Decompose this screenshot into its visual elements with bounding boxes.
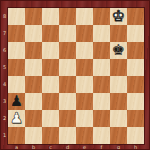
square-b1[interactable]: [25, 127, 42, 144]
file-label-g: g: [110, 144, 127, 150]
square-e2[interactable]: [76, 110, 93, 127]
rank-label-5: 5: [1, 59, 8, 76]
square-h4[interactable]: [127, 76, 144, 93]
file-label-e: e: [76, 144, 93, 150]
square-a6[interactable]: [8, 42, 25, 59]
square-d6[interactable]: [59, 42, 76, 59]
square-d5[interactable]: [59, 59, 76, 76]
rank-label-1: 1: [1, 127, 8, 144]
square-f1[interactable]: [93, 127, 110, 144]
square-e4[interactable]: [76, 76, 93, 93]
square-a5[interactable]: [8, 59, 25, 76]
square-f2[interactable]: [93, 110, 110, 127]
square-e8[interactable]: [76, 8, 93, 25]
square-g7[interactable]: [110, 25, 127, 42]
rank-label-7: 7: [1, 25, 8, 42]
square-g4[interactable]: [110, 76, 127, 93]
file-label-c: c: [42, 144, 59, 150]
file-label-d: d: [59, 144, 76, 150]
square-e6[interactable]: [76, 42, 93, 59]
square-b2[interactable]: [25, 110, 42, 127]
square-c2[interactable]: [42, 110, 59, 127]
rank-label-8: 8: [1, 8, 8, 25]
square-c8[interactable]: [42, 8, 59, 25]
file-label-b: b: [25, 144, 42, 150]
square-b5[interactable]: [25, 59, 42, 76]
square-c7[interactable]: [42, 25, 59, 42]
square-f7[interactable]: [93, 25, 110, 42]
square-d3[interactable]: [59, 93, 76, 110]
square-g3[interactable]: [110, 93, 127, 110]
square-d7[interactable]: [59, 25, 76, 42]
rank-label-2: 2: [1, 110, 8, 127]
square-e5[interactable]: [76, 59, 93, 76]
square-h6[interactable]: [127, 42, 144, 59]
square-a2[interactable]: ♟: [8, 110, 25, 127]
square-c3[interactable]: [42, 93, 59, 110]
file-label-a: a: [8, 144, 25, 150]
square-d8[interactable]: [59, 8, 76, 25]
square-h2[interactable]: [127, 110, 144, 127]
square-h3[interactable]: [127, 93, 144, 110]
square-b3[interactable]: [25, 93, 42, 110]
square-g2[interactable]: [110, 110, 127, 127]
square-d1[interactable]: [59, 127, 76, 144]
square-g8[interactable]: ♚: [110, 8, 127, 25]
rank-labels: 87654321: [1, 8, 8, 144]
chess-board: ♚♚♟♟: [8, 8, 144, 144]
square-b4[interactable]: [25, 76, 42, 93]
rank-label-3: 3: [1, 93, 8, 110]
square-c5[interactable]: [42, 59, 59, 76]
square-b7[interactable]: [25, 25, 42, 42]
square-g5[interactable]: [110, 59, 127, 76]
square-e3[interactable]: [76, 93, 93, 110]
square-h5[interactable]: [127, 59, 144, 76]
square-a8[interactable]: [8, 8, 25, 25]
square-f3[interactable]: [93, 93, 110, 110]
square-b6[interactable]: [25, 42, 42, 59]
square-d4[interactable]: [59, 76, 76, 93]
square-a4[interactable]: [8, 76, 25, 93]
square-e7[interactable]: [76, 25, 93, 42]
square-f4[interactable]: [93, 76, 110, 93]
square-f5[interactable]: [93, 59, 110, 76]
square-f6[interactable]: [93, 42, 110, 59]
black-pawn[interactable]: ♟: [8, 93, 25, 110]
square-h1[interactable]: [127, 127, 144, 144]
square-g1[interactable]: [110, 127, 127, 144]
file-label-h: h: [127, 144, 144, 150]
square-c4[interactable]: [42, 76, 59, 93]
white-pawn[interactable]: ♟: [8, 110, 25, 127]
chess-board-frame: 87654321 abcdefgh ♚♚♟♟: [0, 0, 150, 150]
square-d2[interactable]: [59, 110, 76, 127]
rank-label-4: 4: [1, 76, 8, 93]
square-a3[interactable]: ♟: [8, 93, 25, 110]
square-g6[interactable]: ♚: [110, 42, 127, 59]
square-a1[interactable]: [8, 127, 25, 144]
square-h8[interactable]: [127, 8, 144, 25]
square-b8[interactable]: [25, 8, 42, 25]
rank-label-6: 6: [1, 42, 8, 59]
black-king[interactable]: ♚: [110, 42, 127, 59]
square-f8[interactable]: [93, 8, 110, 25]
square-c6[interactable]: [42, 42, 59, 59]
file-labels: abcdefgh: [8, 144, 144, 150]
square-c1[interactable]: [42, 127, 59, 144]
square-a7[interactable]: [8, 25, 25, 42]
file-label-f: f: [93, 144, 110, 150]
white-king[interactable]: ♚: [110, 8, 127, 25]
square-h7[interactable]: [127, 25, 144, 42]
square-e1[interactable]: [76, 127, 93, 144]
